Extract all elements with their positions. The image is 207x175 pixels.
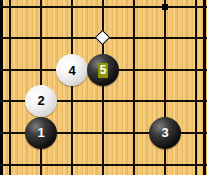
black-stone-3[interactable]: 3 [149, 117, 181, 149]
grid-horizontal-line-6 [0, 164, 207, 166]
white-stone-2[interactable]: 2 [25, 85, 57, 117]
grid-vertical-line-7 [195, 0, 197, 175]
grid-vertical-line-5 [133, 0, 135, 175]
last-move-label: 5 [98, 63, 108, 78]
white-stone-4[interactable]: 4 [56, 54, 88, 86]
grid-vertical-line-3 [71, 0, 73, 175]
move-number-label: 1 [37, 126, 44, 139]
black-stone-1[interactable]: 1 [25, 117, 57, 149]
black-stone-5[interactable]: 5 [87, 54, 119, 86]
white-diamond-marker [95, 29, 111, 45]
grid-vertical-line-6 [164, 0, 166, 175]
grid-horizontal-line-1 [0, 6, 207, 8]
board-right-frame [203, 0, 206, 175]
star-point [162, 4, 168, 10]
go-board[interactable]: 12345 [0, 0, 207, 175]
board-left-frame [0, 0, 3, 175]
move-number-label: 4 [68, 64, 75, 77]
move-number-label: 2 [37, 94, 44, 107]
grid-vertical-line-4 [102, 0, 104, 175]
move-number-label: 3 [161, 126, 168, 139]
grid-vertical-line-1 [9, 0, 11, 175]
